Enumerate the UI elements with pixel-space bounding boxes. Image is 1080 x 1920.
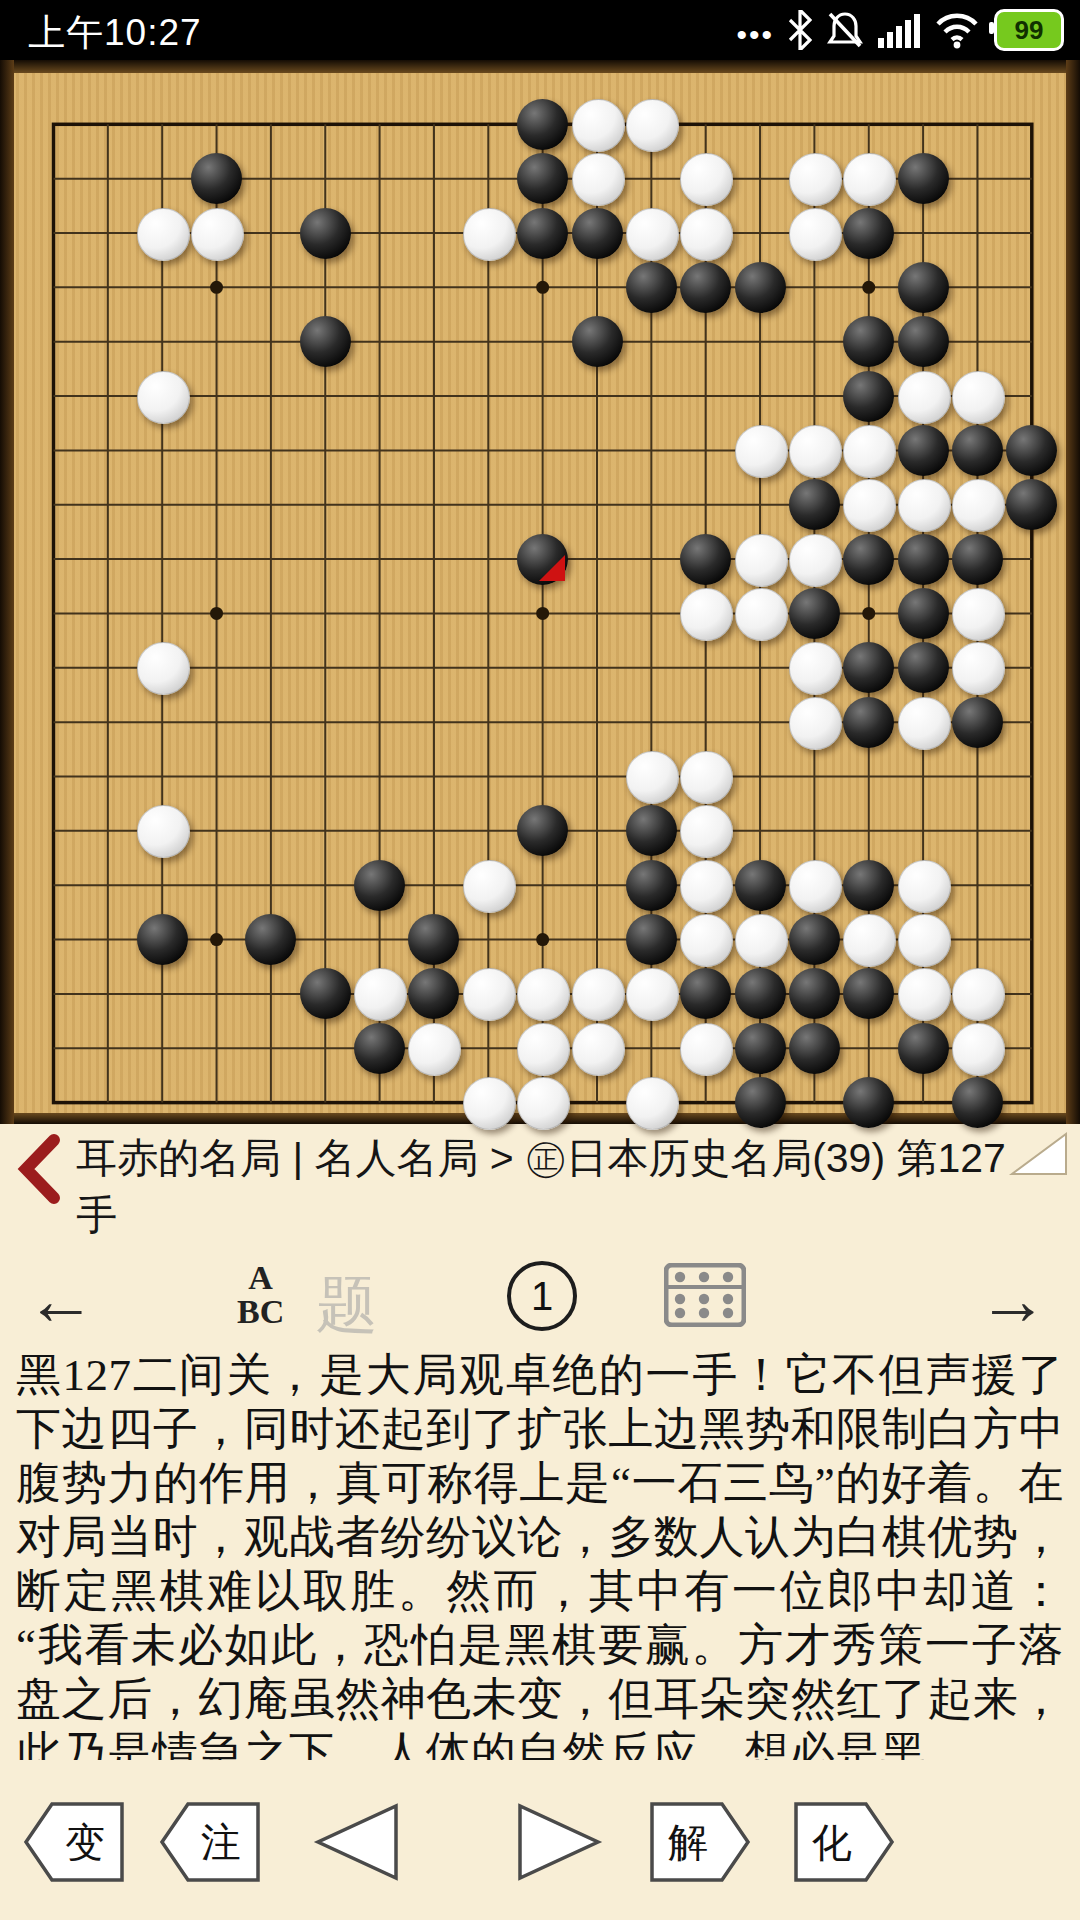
black-stone	[898, 1023, 949, 1074]
black-stone	[789, 588, 840, 639]
step-forward-button[interactable]	[512, 1800, 616, 1884]
battery-percent: 99	[1015, 15, 1044, 46]
white-stone	[789, 425, 842, 478]
black-stone	[300, 316, 351, 367]
clock: 上午10:27	[28, 8, 202, 58]
black-stone	[517, 99, 568, 150]
star-point	[210, 607, 223, 620]
white-stone	[952, 479, 1005, 532]
black-stone	[898, 262, 949, 313]
star-point	[536, 281, 549, 294]
black-stone	[952, 697, 1003, 748]
last-move-marker	[539, 555, 565, 581]
white-stone	[735, 588, 788, 641]
black-stone	[680, 534, 731, 585]
white-stone	[898, 371, 951, 424]
white-stone	[952, 968, 1005, 1021]
black-stone	[843, 534, 894, 585]
black-stone	[626, 914, 677, 965]
move-number-badge[interactable]: 1	[507, 1261, 577, 1331]
black-stone	[191, 153, 242, 204]
star-point	[862, 607, 875, 620]
white-stone	[680, 860, 733, 913]
star-point	[536, 933, 549, 946]
white-stone	[517, 1077, 570, 1130]
abc-letters-button[interactable]: A BC	[237, 1261, 284, 1329]
white-stone	[463, 968, 516, 1021]
abc-bottom-label: BC	[237, 1295, 284, 1329]
white-stone	[463, 1077, 516, 1130]
black-stone	[680, 262, 731, 313]
white-stone	[789, 534, 842, 587]
black-stone	[517, 153, 568, 204]
black-stone	[843, 860, 894, 911]
battery-indicator: 99	[994, 9, 1064, 51]
white-stone	[843, 914, 896, 967]
white-stone	[572, 153, 625, 206]
white-stone	[463, 208, 516, 261]
black-stone	[300, 208, 351, 259]
white-stone	[517, 1023, 570, 1076]
white-stone	[952, 588, 1005, 641]
white-stone	[789, 208, 842, 261]
black-stone	[898, 153, 949, 204]
white-stone	[898, 968, 951, 1021]
black-stone	[898, 316, 949, 367]
prev-move-arrow-button[interactable]: ←	[26, 1255, 96, 1345]
black-stone	[952, 1077, 1003, 1128]
white-stone	[735, 425, 788, 478]
black-stone	[735, 860, 786, 911]
solution-button[interactable]: 解	[648, 1800, 752, 1884]
black-stone	[843, 208, 894, 259]
white-stone	[137, 642, 190, 695]
white-stone	[898, 914, 951, 967]
star-point	[862, 281, 875, 294]
white-stone	[626, 751, 679, 804]
move-number-label: 1	[531, 1274, 553, 1319]
black-stone	[843, 697, 894, 748]
problem-button[interactable]: 题	[316, 1263, 378, 1347]
status-bar: 上午10:27 ••• 99	[0, 0, 1080, 60]
black-stone	[626, 860, 677, 911]
white-stone	[137, 805, 190, 858]
star-point	[210, 281, 223, 294]
white-stone	[898, 860, 951, 913]
white-stone	[680, 1023, 733, 1076]
white-stone	[789, 860, 842, 913]
black-stone	[572, 208, 623, 259]
white-stone	[680, 588, 733, 641]
white-stone	[137, 208, 190, 261]
white-stone	[626, 1077, 679, 1130]
white-stone	[789, 642, 842, 695]
black-stone	[898, 425, 949, 476]
svg-text:化: 化	[812, 1820, 852, 1865]
abc-top-label: A	[237, 1261, 284, 1295]
black-stone	[300, 968, 351, 1019]
white-stone	[789, 697, 842, 750]
variation-button[interactable]: 变	[22, 1800, 126, 1884]
white-stone	[680, 751, 733, 804]
white-stone	[680, 208, 733, 261]
abacus-button[interactable]	[664, 1263, 746, 1327]
black-stone	[1006, 425, 1057, 476]
white-stone	[843, 425, 896, 478]
black-stone	[843, 1077, 894, 1128]
white-stone	[680, 914, 733, 967]
signal-bars-icon	[878, 10, 920, 50]
white-stone	[898, 697, 951, 750]
white-stone	[626, 208, 679, 261]
black-stone	[572, 316, 623, 367]
black-stone	[843, 371, 894, 422]
bottom-bar: 变 注 解 化	[0, 1760, 1080, 1920]
go-board[interactable]	[0, 60, 1080, 1124]
white-stone	[952, 642, 1005, 695]
commentary-text: 黑127二间关，是大局观卓绝的一手！它不但声援了下边四子，同时还起到了扩张上边黑…	[16, 1348, 1064, 1760]
white-stone	[463, 860, 516, 913]
more-notifications-icon: •••	[736, 5, 774, 65]
white-stone	[952, 371, 1005, 424]
annotation-button[interactable]: 注	[158, 1800, 262, 1884]
white-stone	[735, 914, 788, 967]
black-stone	[735, 1023, 786, 1074]
black-stone	[354, 1023, 405, 1074]
black-stone	[517, 208, 568, 259]
star-point	[210, 933, 223, 946]
svg-text:变: 变	[65, 1820, 105, 1865]
next-move-arrow-button[interactable]: →	[978, 1255, 1048, 1345]
mute-bell-icon	[826, 10, 864, 50]
step-back-button[interactable]	[300, 1800, 404, 1884]
collapse-board-button[interactable]	[1008, 1130, 1070, 1178]
white-stone	[789, 153, 842, 206]
white-stone	[626, 99, 679, 152]
black-stone	[789, 1023, 840, 1074]
white-stone	[952, 1023, 1005, 1076]
white-stone	[137, 371, 190, 424]
white-stone	[572, 968, 625, 1021]
black-stone	[789, 968, 840, 1019]
white-stone	[735, 534, 788, 587]
black-stone	[517, 534, 568, 585]
black-stone	[952, 425, 1003, 476]
white-stone	[572, 99, 625, 152]
black-stone	[626, 262, 677, 313]
black-stone	[137, 914, 188, 965]
star-point	[536, 607, 549, 620]
bluetooth-icon	[788, 10, 812, 50]
svg-text:解: 解	[668, 1820, 708, 1865]
black-stone	[735, 262, 786, 313]
white-stone	[572, 1023, 625, 1076]
transform-button[interactable]: 化	[792, 1800, 896, 1884]
black-stone	[789, 914, 840, 965]
black-stone	[898, 588, 949, 639]
svg-text:注: 注	[201, 1820, 241, 1865]
white-stone	[191, 208, 244, 261]
black-stone	[789, 479, 840, 530]
white-stone	[626, 968, 679, 1021]
white-stone	[898, 479, 951, 532]
black-stone	[735, 1077, 786, 1128]
back-chevron-button[interactable]	[16, 1134, 60, 1204]
black-stone	[952, 534, 1003, 585]
white-stone	[408, 1023, 461, 1076]
toolbar: ← A BC 题 1 →	[0, 1255, 1080, 1350]
wifi-icon	[934, 10, 980, 50]
breadcrumb: 耳赤的名局 | 名人名局 > ㊣日本历史名局(39) 第127手	[76, 1130, 1006, 1244]
black-stone	[354, 860, 405, 911]
commentary-panel: 黑127二间关，是大局观卓绝的一手！它不但声援了下边四子，同时还起到了扩张上边黑…	[16, 1348, 1064, 1760]
black-stone	[626, 805, 677, 856]
black-stone	[735, 968, 786, 1019]
black-stone	[898, 534, 949, 585]
white-stone	[680, 153, 733, 206]
black-stone	[898, 642, 949, 693]
